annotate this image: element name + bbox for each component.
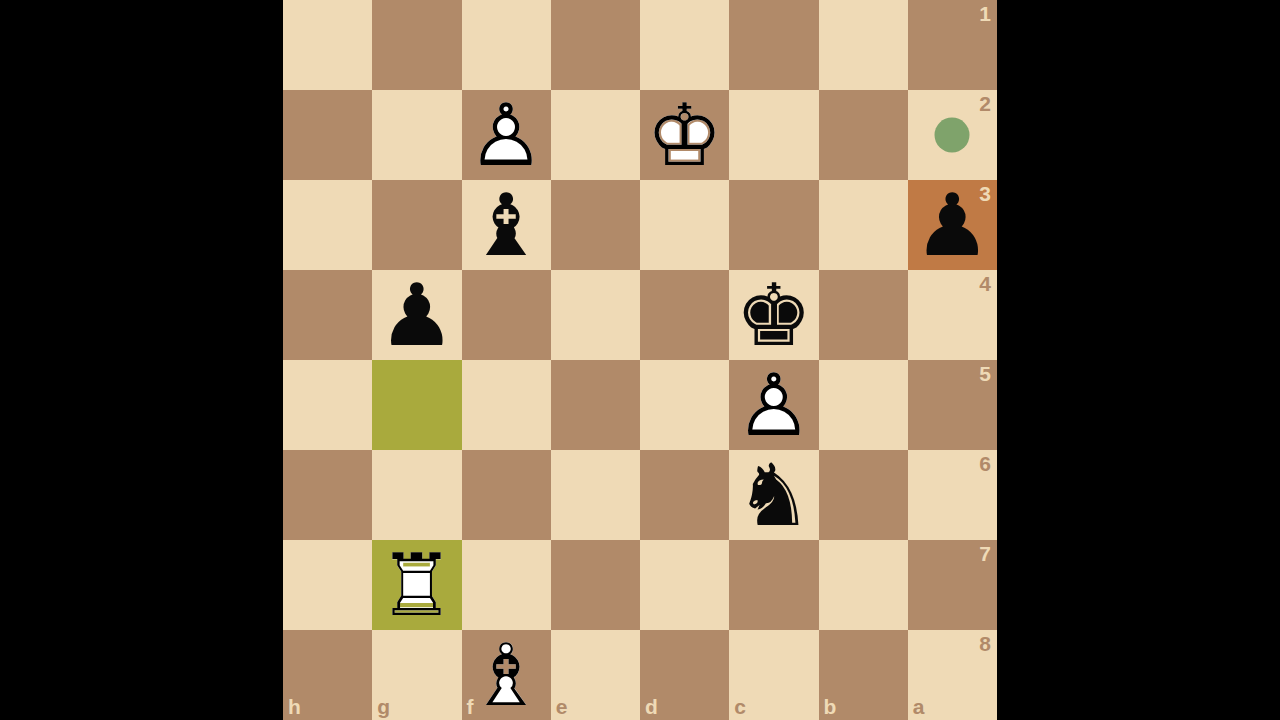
square-f2[interactable]: ♟♙: [462, 90, 551, 180]
piece-fill-layer: ♟: [914, 182, 991, 268]
square-c8[interactable]: c: [729, 630, 818, 720]
square-a4[interactable]: 4: [908, 270, 997, 360]
square-c1[interactable]: [729, 0, 818, 90]
square-c5[interactable]: ♟♙: [729, 360, 818, 450]
piece-outline-layer: ♙: [468, 92, 545, 178]
square-e1[interactable]: [551, 0, 640, 90]
square-c7[interactable]: [729, 540, 818, 630]
square-e2[interactable]: [551, 90, 640, 180]
move-hint-dot[interactable]: [935, 118, 970, 153]
rank-label-5: 5: [979, 363, 991, 384]
square-g2[interactable]: [372, 90, 461, 180]
file-label-b: b: [824, 696, 837, 717]
square-d7[interactable]: [640, 540, 729, 630]
square-a7[interactable]: 7: [908, 540, 997, 630]
square-a5[interactable]: 5: [908, 360, 997, 450]
square-c4[interactable]: ♚: [729, 270, 818, 360]
square-g3[interactable]: [372, 180, 461, 270]
square-c3[interactable]: [729, 180, 818, 270]
square-d3[interactable]: [640, 180, 729, 270]
rank-label-1: 1: [979, 3, 991, 24]
square-h1[interactable]: [283, 0, 372, 90]
pillarbox-left: [0, 0, 283, 720]
square-f1[interactable]: [462, 0, 551, 90]
white-bishop[interactable]: ♝♗: [462, 630, 551, 720]
square-h6[interactable]: [283, 450, 372, 540]
square-a2[interactable]: 2: [908, 90, 997, 180]
square-h4[interactable]: [283, 270, 372, 360]
square-f3[interactable]: ♝: [462, 180, 551, 270]
square-f4[interactable]: [462, 270, 551, 360]
rank-label-7: 7: [979, 543, 991, 564]
file-label-c: c: [734, 696, 746, 717]
square-b1[interactable]: [819, 0, 908, 90]
square-f7[interactable]: [462, 540, 551, 630]
square-b4[interactable]: [819, 270, 908, 360]
square-e6[interactable]: [551, 450, 640, 540]
square-a3[interactable]: 3♟: [908, 180, 997, 270]
piece-fill-layer: ♝: [468, 182, 545, 268]
square-b6[interactable]: [819, 450, 908, 540]
square-h5[interactable]: [283, 360, 372, 450]
square-g8[interactable]: g: [372, 630, 461, 720]
white-king[interactable]: ♚♔: [640, 90, 729, 180]
pillarbox-right: [997, 0, 1280, 720]
file-label-g: g: [377, 696, 390, 717]
white-pawn[interactable]: ♟♙: [729, 360, 818, 450]
file-label-d: d: [645, 696, 658, 717]
piece-outline-layer: ♗: [468, 632, 545, 718]
square-h8[interactable]: h: [283, 630, 372, 720]
file-label-a: a: [913, 696, 925, 717]
square-f8[interactable]: f♝♗: [462, 630, 551, 720]
square-b2[interactable]: [819, 90, 908, 180]
square-d5[interactable]: [640, 360, 729, 450]
square-g5[interactable]: [372, 360, 461, 450]
square-f6[interactable]: [462, 450, 551, 540]
square-a6[interactable]: 6: [908, 450, 997, 540]
file-label-h: h: [288, 696, 301, 717]
piece-fill-layer: ♟: [378, 272, 455, 358]
square-e3[interactable]: [551, 180, 640, 270]
square-b5[interactable]: [819, 360, 908, 450]
square-b7[interactable]: [819, 540, 908, 630]
rank-label-8: 8: [979, 633, 991, 654]
square-e8[interactable]: e: [551, 630, 640, 720]
piece-fill-layer: ♚: [735, 272, 812, 358]
piece-outline-layer: ♙: [735, 362, 812, 448]
white-pawn[interactable]: ♟♙: [462, 90, 551, 180]
piece-outline-layer: ♔: [646, 92, 723, 178]
square-c2[interactable]: [729, 90, 818, 180]
square-g6[interactable]: [372, 450, 461, 540]
square-d8[interactable]: d: [640, 630, 729, 720]
white-rook[interactable]: ♜♖: [372, 540, 461, 630]
square-f5[interactable]: [462, 360, 551, 450]
square-d1[interactable]: [640, 0, 729, 90]
video-frame: 1♟♙♚♔2♝3♟♟♚4♟♙5♞6♜♖7hgf♝♗edcb8a: [0, 0, 1280, 720]
square-b3[interactable]: [819, 180, 908, 270]
square-g7[interactable]: ♜♖: [372, 540, 461, 630]
square-h2[interactable]: [283, 90, 372, 180]
square-g1[interactable]: [372, 0, 461, 90]
square-b8[interactable]: b: [819, 630, 908, 720]
chess-board: 1♟♙♚♔2♝3♟♟♚4♟♙5♞6♜♖7hgf♝♗edcb8a: [283, 0, 997, 720]
square-h3[interactable]: [283, 180, 372, 270]
black-king[interactable]: ♚: [729, 270, 818, 360]
square-h7[interactable]: [283, 540, 372, 630]
square-a8[interactable]: 8a: [908, 630, 997, 720]
square-e4[interactable]: [551, 270, 640, 360]
square-d6[interactable]: [640, 450, 729, 540]
black-pawn[interactable]: ♟: [372, 270, 461, 360]
square-e7[interactable]: [551, 540, 640, 630]
square-d2[interactable]: ♚♔: [640, 90, 729, 180]
rank-label-6: 6: [979, 453, 991, 474]
square-d4[interactable]: [640, 270, 729, 360]
square-c6[interactable]: ♞: [729, 450, 818, 540]
rank-label-2: 2: [979, 93, 991, 114]
rank-label-4: 4: [979, 273, 991, 294]
black-pawn[interactable]: ♟: [908, 180, 997, 270]
piece-fill-layer: ♞: [735, 452, 812, 538]
square-a1[interactable]: 1: [908, 0, 997, 90]
file-label-e: e: [556, 696, 568, 717]
black-bishop[interactable]: ♝: [462, 180, 551, 270]
square-g4[interactable]: ♟: [372, 270, 461, 360]
black-knight[interactable]: ♞: [729, 450, 818, 540]
square-e5[interactable]: [551, 360, 640, 450]
piece-outline-layer: ♖: [378, 542, 455, 628]
